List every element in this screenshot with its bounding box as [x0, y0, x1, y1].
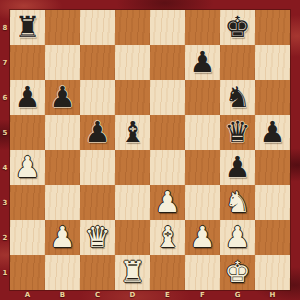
square-f6[interactable] — [185, 80, 220, 115]
square-g6[interactable]: ♞ — [220, 80, 255, 115]
square-d6[interactable] — [115, 80, 150, 115]
square-h5[interactable]: ♟ — [255, 115, 290, 150]
rank-label-3: 3 — [0, 185, 10, 220]
file-label-f: F — [185, 290, 220, 300]
chess-board-frame: ♜♚♟♟♟♞♟♝♛♟♟♟♟♞♟♛♝♟♟♜♚ 87654321 ABCDEFGH — [0, 0, 300, 300]
square-e5[interactable] — [150, 115, 185, 150]
rank-label-5: 5 — [0, 115, 10, 150]
square-g4[interactable]: ♟ — [220, 150, 255, 185]
piece-black-pawn[interactable]: ♟ — [80, 115, 115, 150]
file-label-g: G — [220, 290, 255, 300]
square-c7[interactable] — [80, 45, 115, 80]
chess-board: ♜♚♟♟♟♞♟♝♛♟♟♟♟♞♟♛♝♟♟♜♚ — [10, 10, 290, 290]
piece-black-pawn[interactable]: ♟ — [220, 150, 255, 185]
square-h8[interactable] — [255, 10, 290, 45]
square-b8[interactable] — [45, 10, 80, 45]
square-c3[interactable] — [80, 185, 115, 220]
square-b7[interactable] — [45, 45, 80, 80]
square-b3[interactable] — [45, 185, 80, 220]
square-e6[interactable] — [150, 80, 185, 115]
file-label-h: H — [255, 290, 290, 300]
rank-label-7: 7 — [0, 45, 10, 80]
square-h6[interactable] — [255, 80, 290, 115]
square-h4[interactable] — [255, 150, 290, 185]
square-c4[interactable] — [80, 150, 115, 185]
square-a4[interactable]: ♟ — [10, 150, 45, 185]
piece-white-rook[interactable]: ♜ — [115, 255, 150, 290]
piece-white-knight[interactable]: ♞ — [220, 185, 255, 220]
square-g5[interactable]: ♛ — [220, 115, 255, 150]
square-g3[interactable]: ♞ — [220, 185, 255, 220]
square-h3[interactable] — [255, 185, 290, 220]
square-e3[interactable]: ♟ — [150, 185, 185, 220]
piece-white-pawn[interactable]: ♟ — [220, 220, 255, 255]
square-h7[interactable] — [255, 45, 290, 80]
piece-white-pawn[interactable]: ♟ — [185, 220, 220, 255]
square-d7[interactable] — [115, 45, 150, 80]
piece-white-queen[interactable]: ♛ — [80, 220, 115, 255]
square-c6[interactable] — [80, 80, 115, 115]
file-label-c: C — [80, 290, 115, 300]
square-b4[interactable] — [45, 150, 80, 185]
piece-white-bishop[interactable]: ♝ — [150, 220, 185, 255]
piece-white-pawn[interactable]: ♟ — [10, 150, 45, 185]
rank-label-6: 6 — [0, 80, 10, 115]
square-f3[interactable] — [185, 185, 220, 220]
square-f5[interactable] — [185, 115, 220, 150]
piece-black-pawn[interactable]: ♟ — [10, 80, 45, 115]
square-f7[interactable]: ♟ — [185, 45, 220, 80]
square-e4[interactable] — [150, 150, 185, 185]
piece-black-pawn[interactable]: ♟ — [255, 115, 290, 150]
file-label-b: B — [45, 290, 80, 300]
square-e1[interactable] — [150, 255, 185, 290]
square-d8[interactable] — [115, 10, 150, 45]
square-c1[interactable] — [80, 255, 115, 290]
square-f1[interactable] — [185, 255, 220, 290]
square-g2[interactable]: ♟ — [220, 220, 255, 255]
square-d2[interactable] — [115, 220, 150, 255]
square-a6[interactable]: ♟ — [10, 80, 45, 115]
square-h2[interactable] — [255, 220, 290, 255]
square-a1[interactable] — [10, 255, 45, 290]
square-a7[interactable] — [10, 45, 45, 80]
piece-black-bishop[interactable]: ♝ — [115, 115, 150, 150]
square-g1[interactable]: ♚ — [220, 255, 255, 290]
square-c8[interactable] — [80, 10, 115, 45]
piece-white-pawn[interactable]: ♟ — [45, 220, 80, 255]
square-d3[interactable] — [115, 185, 150, 220]
square-d1[interactable]: ♜ — [115, 255, 150, 290]
square-e8[interactable] — [150, 10, 185, 45]
square-f4[interactable] — [185, 150, 220, 185]
file-label-a: A — [10, 290, 45, 300]
square-g7[interactable] — [220, 45, 255, 80]
file-label-d: D — [115, 290, 150, 300]
rank-label-8: 8 — [0, 10, 10, 45]
square-f8[interactable] — [185, 10, 220, 45]
square-a8[interactable]: ♜ — [10, 10, 45, 45]
square-d5[interactable]: ♝ — [115, 115, 150, 150]
rank-label-1: 1 — [0, 255, 10, 290]
square-b5[interactable] — [45, 115, 80, 150]
square-c5[interactable]: ♟ — [80, 115, 115, 150]
piece-black-rook[interactable]: ♜ — [10, 10, 45, 45]
square-c2[interactable]: ♛ — [80, 220, 115, 255]
square-h1[interactable] — [255, 255, 290, 290]
file-label-e: E — [150, 290, 185, 300]
rank-label-4: 4 — [0, 150, 10, 185]
piece-white-king[interactable]: ♚ — [220, 255, 255, 290]
piece-black-pawn[interactable]: ♟ — [45, 80, 80, 115]
square-d4[interactable] — [115, 150, 150, 185]
square-b1[interactable] — [45, 255, 80, 290]
square-f2[interactable]: ♟ — [185, 220, 220, 255]
square-g8[interactable]: ♚ — [220, 10, 255, 45]
piece-black-king[interactable]: ♚ — [220, 10, 255, 45]
square-a5[interactable] — [10, 115, 45, 150]
piece-black-pawn[interactable]: ♟ — [185, 45, 220, 80]
piece-black-queen[interactable]: ♛ — [220, 115, 255, 150]
square-e2[interactable]: ♝ — [150, 220, 185, 255]
square-a3[interactable] — [10, 185, 45, 220]
rank-label-2: 2 — [0, 220, 10, 255]
piece-black-knight[interactable]: ♞ — [220, 80, 255, 115]
square-a2[interactable] — [10, 220, 45, 255]
square-e7[interactable] — [150, 45, 185, 80]
square-b6[interactable]: ♟ — [45, 80, 80, 115]
square-b2[interactable]: ♟ — [45, 220, 80, 255]
piece-white-pawn[interactable]: ♟ — [150, 185, 185, 220]
